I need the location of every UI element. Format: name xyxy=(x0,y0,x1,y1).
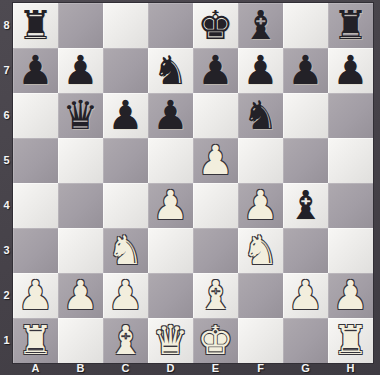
square-c6[interactable]: ♟ xyxy=(103,93,148,138)
rank-label-8: 8 xyxy=(0,3,13,48)
black-king[interactable]: ♚ xyxy=(193,3,238,48)
white-pawn[interactable]: ♟ xyxy=(283,273,328,318)
square-a2[interactable]: ♟ xyxy=(13,273,58,318)
black-knight[interactable]: ♞ xyxy=(148,48,193,93)
black-pawn[interactable]: ♟ xyxy=(58,48,103,93)
square-e4[interactable] xyxy=(193,183,238,228)
square-d4[interactable]: ♟ xyxy=(148,183,193,228)
square-f6[interactable]: ♞ xyxy=(238,93,283,138)
square-a1[interactable]: ♜ xyxy=(13,318,58,363)
square-a7[interactable]: ♟ xyxy=(13,48,58,93)
rank-label-3: 3 xyxy=(0,228,13,273)
square-d1[interactable]: ♛ xyxy=(148,318,193,363)
square-b3[interactable] xyxy=(58,228,103,273)
square-c2[interactable]: ♟ xyxy=(103,273,148,318)
white-knight[interactable]: ♞ xyxy=(238,228,283,273)
square-a5[interactable] xyxy=(13,138,58,183)
file-label-a: A xyxy=(13,363,58,375)
black-bishop[interactable]: ♝ xyxy=(238,3,283,48)
square-b8[interactable] xyxy=(58,3,103,48)
square-g8[interactable] xyxy=(283,3,328,48)
square-e7[interactable]: ♟ xyxy=(193,48,238,93)
square-b1[interactable] xyxy=(58,318,103,363)
black-pawn[interactable]: ♟ xyxy=(148,93,193,138)
black-pawn[interactable]: ♟ xyxy=(283,48,328,93)
square-d3[interactable] xyxy=(148,228,193,273)
file-labels: ABCDEFGH xyxy=(13,363,373,375)
square-a4[interactable] xyxy=(13,183,58,228)
file-label-c: C xyxy=(103,363,148,375)
white-knight[interactable]: ♞ xyxy=(103,228,148,273)
rank-label-4: 4 xyxy=(0,183,13,228)
square-b5[interactable] xyxy=(58,138,103,183)
black-pawn[interactable]: ♟ xyxy=(13,48,58,93)
square-f2[interactable] xyxy=(238,273,283,318)
square-e5[interactable]: ♟ xyxy=(193,138,238,183)
square-f1[interactable] xyxy=(238,318,283,363)
black-pawn[interactable]: ♟ xyxy=(103,93,148,138)
square-e2[interactable]: ♝ xyxy=(193,273,238,318)
square-d2[interactable] xyxy=(148,273,193,318)
square-c8[interactable] xyxy=(103,3,148,48)
square-h4[interactable] xyxy=(328,183,373,228)
square-e1[interactable]: ♚ xyxy=(193,318,238,363)
square-f5[interactable] xyxy=(238,138,283,183)
black-knight[interactable]: ♞ xyxy=(238,93,283,138)
chess-board-frame: 87654321 ♜♚♝♜♟♟♞♟♟♟♟♛♟♟♞♟♟♟♝♞♞♟♟♟♝♟♟♜♝♛♚… xyxy=(0,0,380,375)
square-c5[interactable] xyxy=(103,138,148,183)
black-rook[interactable]: ♜ xyxy=(13,3,58,48)
black-pawn[interactable]: ♟ xyxy=(193,48,238,93)
white-bishop[interactable]: ♝ xyxy=(193,273,238,318)
file-label-f: F xyxy=(238,363,283,375)
file-label-h: H xyxy=(328,363,373,375)
square-h2[interactable]: ♟ xyxy=(328,273,373,318)
square-a8[interactable]: ♜ xyxy=(13,3,58,48)
square-g4[interactable]: ♝ xyxy=(283,183,328,228)
white-pawn[interactable]: ♟ xyxy=(13,273,58,318)
black-queen[interactable]: ♛ xyxy=(58,93,103,138)
square-g6[interactable] xyxy=(283,93,328,138)
file-label-b: B xyxy=(58,363,103,375)
square-g5[interactable] xyxy=(283,138,328,183)
file-label-d: D xyxy=(148,363,193,375)
square-d7[interactable]: ♞ xyxy=(148,48,193,93)
square-d5[interactable] xyxy=(148,138,193,183)
square-d6[interactable]: ♟ xyxy=(148,93,193,138)
white-pawn[interactable]: ♟ xyxy=(58,273,103,318)
square-a6[interactable] xyxy=(13,93,58,138)
rank-label-6: 6 xyxy=(0,93,13,138)
square-f3[interactable]: ♞ xyxy=(238,228,283,273)
square-e8[interactable]: ♚ xyxy=(193,3,238,48)
square-g3[interactable] xyxy=(283,228,328,273)
square-e3[interactable] xyxy=(193,228,238,273)
white-king[interactable]: ♚ xyxy=(193,318,238,363)
square-b6[interactable]: ♛ xyxy=(58,93,103,138)
black-pawn[interactable]: ♟ xyxy=(238,48,283,93)
rank-label-5: 5 xyxy=(0,138,13,183)
rank-label-2: 2 xyxy=(0,273,13,318)
square-h1[interactable]: ♜ xyxy=(328,318,373,363)
square-f4[interactable]: ♟ xyxy=(238,183,283,228)
square-g7[interactable]: ♟ xyxy=(283,48,328,93)
square-g1[interactable] xyxy=(283,318,328,363)
rank-label-1: 1 xyxy=(0,318,13,363)
square-f7[interactable]: ♟ xyxy=(238,48,283,93)
white-pawn[interactable]: ♟ xyxy=(148,183,193,228)
square-c3[interactable]: ♞ xyxy=(103,228,148,273)
square-h5[interactable] xyxy=(328,138,373,183)
square-d8[interactable] xyxy=(148,3,193,48)
chess-board[interactable]: ♜♚♝♜♟♟♞♟♟♟♟♛♟♟♞♟♟♟♝♞♞♟♟♟♝♟♟♜♝♛♚♜ xyxy=(13,3,373,363)
square-h3[interactable] xyxy=(328,228,373,273)
square-h8[interactable]: ♜ xyxy=(328,3,373,48)
square-g2[interactable]: ♟ xyxy=(283,273,328,318)
black-pawn[interactable]: ♟ xyxy=(328,48,373,93)
black-rook[interactable]: ♜ xyxy=(328,3,373,48)
white-pawn[interactable]: ♟ xyxy=(238,183,283,228)
file-label-e: E xyxy=(193,363,238,375)
square-f8[interactable]: ♝ xyxy=(238,3,283,48)
square-b2[interactable]: ♟ xyxy=(58,273,103,318)
square-h6[interactable] xyxy=(328,93,373,138)
white-pawn[interactable]: ♟ xyxy=(193,138,238,183)
white-queen[interactable]: ♛ xyxy=(148,318,193,363)
square-b4[interactable] xyxy=(58,183,103,228)
white-bishop[interactable]: ♝ xyxy=(103,318,148,363)
white-pawn[interactable]: ♟ xyxy=(103,273,148,318)
black-bishop[interactable]: ♝ xyxy=(283,183,328,228)
white-pawn[interactable]: ♟ xyxy=(328,273,373,318)
rank-labels: 87654321 xyxy=(0,3,13,363)
square-e6[interactable] xyxy=(193,93,238,138)
square-c7[interactable] xyxy=(103,48,148,93)
square-c1[interactable]: ♝ xyxy=(103,318,148,363)
square-h7[interactable]: ♟ xyxy=(328,48,373,93)
rank-label-7: 7 xyxy=(0,48,13,93)
square-c4[interactable] xyxy=(103,183,148,228)
white-rook[interactable]: ♜ xyxy=(13,318,58,363)
square-a3[interactable] xyxy=(13,228,58,273)
square-b7[interactable]: ♟ xyxy=(58,48,103,93)
file-label-g: G xyxy=(283,363,328,375)
white-rook[interactable]: ♜ xyxy=(328,318,373,363)
